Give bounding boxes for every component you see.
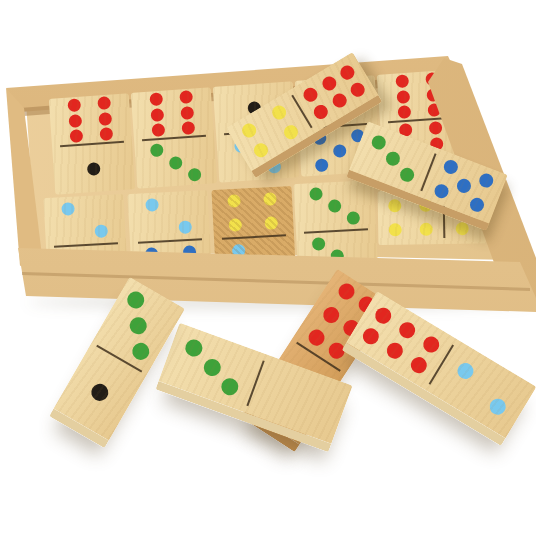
pip-green: [219, 376, 241, 398]
pip-red: [151, 123, 165, 137]
pip-light_blue: [178, 220, 192, 234]
domino-half-6: [49, 93, 132, 145]
pip-red: [305, 326, 327, 348]
pip-red: [429, 121, 443, 135]
pip-light_blue: [145, 199, 159, 213]
pip-yellow: [264, 217, 278, 231]
domino-half-2: [43, 194, 125, 246]
pip-red: [330, 91, 349, 110]
pip-yellow: [229, 219, 243, 233]
pip-red: [338, 63, 357, 82]
pip-yellow: [420, 223, 433, 236]
pip-light_blue: [487, 396, 509, 418]
pip-red: [408, 354, 430, 376]
pip-red: [396, 90, 410, 104]
pip-green: [309, 187, 323, 201]
pip-green: [398, 166, 416, 184]
pip-green: [188, 167, 202, 181]
pip-red: [149, 92, 163, 106]
pip-yellow: [263, 192, 277, 206]
pip-green: [129, 339, 152, 362]
domino-half-3: [134, 136, 217, 188]
domino-6-2[interactable]: [342, 291, 536, 446]
pip-green: [127, 314, 150, 337]
pip-red: [68, 114, 82, 128]
pip-yellow: [251, 140, 270, 159]
pip-black: [87, 162, 101, 176]
pip-dark_blue: [333, 144, 347, 158]
pip-dark_blue: [442, 158, 460, 176]
pip-red: [420, 333, 442, 355]
domino-half-2: [127, 190, 209, 242]
pip-red: [179, 90, 193, 104]
pip-red: [181, 106, 195, 120]
pip-green: [384, 150, 402, 168]
pip-dark_blue: [315, 158, 329, 172]
domino-6-3[interactable]: [131, 87, 218, 188]
pip-red: [100, 127, 114, 141]
pip-dark_blue: [468, 196, 486, 214]
domino-half-6: [131, 87, 214, 139]
pip-red: [67, 98, 81, 112]
pip-green: [169, 156, 183, 170]
pip-red: [348, 80, 367, 99]
pip-dark_blue: [455, 177, 473, 195]
pip-yellow: [228, 194, 242, 208]
pip-green: [125, 288, 148, 311]
pip-red: [99, 112, 113, 126]
domino-half-4: [211, 186, 293, 238]
pip-red: [97, 96, 111, 110]
pip-red: [397, 105, 411, 119]
pip-yellow: [239, 120, 258, 139]
pip-red: [320, 303, 342, 325]
pip-green: [370, 133, 388, 151]
dominoes-scene: [0, 0, 536, 536]
pip-dark_blue: [477, 172, 495, 190]
pip-red: [311, 103, 330, 122]
pip-yellow: [389, 224, 402, 237]
pip-black: [88, 380, 111, 403]
pip-green: [149, 144, 163, 158]
pip-green: [328, 199, 342, 213]
pip-yellow: [388, 199, 401, 212]
domino-6-1[interactable]: [49, 93, 136, 194]
pip-red: [182, 121, 196, 135]
pip-red: [301, 85, 320, 104]
pip-yellow: [269, 102, 288, 121]
pip-yellow: [455, 222, 468, 235]
pip-red: [335, 280, 357, 302]
domino-half-3: [293, 180, 375, 232]
pip-red: [395, 74, 409, 88]
pip-red: [319, 74, 338, 93]
pip-red: [384, 340, 406, 362]
pip-red: [360, 326, 382, 348]
pip-green: [311, 237, 325, 251]
pip-dark_blue: [432, 182, 450, 200]
pip-green: [201, 356, 223, 378]
pip-light_blue: [61, 203, 75, 217]
pip-red: [69, 129, 83, 143]
pip-yellow: [281, 122, 300, 141]
domino-half-1: [52, 142, 135, 194]
pip-light_blue: [94, 224, 108, 238]
pip-green: [347, 212, 361, 226]
pip-red: [396, 319, 418, 341]
pip-green: [183, 337, 205, 359]
pip-red: [150, 108, 164, 122]
pip-red: [373, 305, 395, 327]
pip-light_blue: [455, 360, 477, 382]
